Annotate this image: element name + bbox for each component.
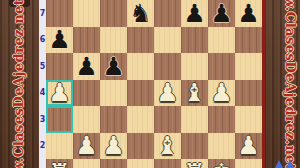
square-h7[interactable]: ♟ [235, 0, 262, 27]
square-c2[interactable]: ♟ [100, 133, 127, 160]
square-g6[interactable] [208, 27, 235, 54]
white-pawn[interactable]: ♟ [46, 80, 73, 107]
white-pawn[interactable]: ♟ [73, 133, 100, 160]
square-b3[interactable] [73, 106, 100, 133]
square-c1[interactable] [100, 159, 127, 168]
square-f5[interactable] [181, 53, 208, 80]
square-c7[interactable] [100, 0, 127, 27]
square-e4[interactable]: ♟ [154, 80, 181, 107]
square-b7[interactable] [73, 0, 100, 27]
square-a2[interactable] [46, 133, 73, 160]
rank-label-3: 3 [39, 115, 46, 124]
square-d3[interactable] [127, 106, 154, 133]
right-banner-url: www.ClasesDeAjedrez.net [283, 0, 298, 168]
white-pawn[interactable]: ♟ [154, 80, 181, 107]
square-e5[interactable] [154, 53, 181, 80]
square-h1[interactable] [235, 159, 262, 168]
chess-board[interactable]: ♞♟♟♟♟♟♟♟♟♝♟♟♟♝♟♜♜♚ [46, 0, 262, 168]
square-f7[interactable]: ♟ [181, 0, 208, 27]
black-pawn[interactable]: ♟ [235, 0, 262, 27]
black-pawn[interactable]: ♟ [100, 53, 127, 80]
square-f3[interactable] [181, 106, 208, 133]
white-rook[interactable]: ♜ [181, 159, 208, 168]
square-g7[interactable]: ♟ [208, 0, 235, 27]
square-f4[interactable]: ♝ [181, 80, 208, 107]
square-a3[interactable] [46, 106, 73, 133]
square-b5[interactable]: ♟ [73, 53, 100, 80]
square-f2[interactable] [181, 133, 208, 160]
square-c4[interactable] [100, 80, 127, 107]
square-d2[interactable] [127, 133, 154, 160]
square-a7[interactable] [46, 0, 73, 27]
square-e2[interactable]: ♝ [154, 133, 181, 160]
black-knight[interactable]: ♞ [127, 0, 154, 27]
square-g4[interactable]: ♟ [208, 80, 235, 107]
square-a5[interactable] [46, 53, 73, 80]
black-pawn[interactable]: ♟ [73, 53, 100, 80]
square-h6[interactable] [235, 27, 262, 54]
square-f1[interactable]: ♜ [181, 159, 208, 168]
blue-piece-icon [275, 160, 283, 168]
square-h2[interactable]: ♟ [235, 133, 262, 160]
square-e3[interactable] [154, 106, 181, 133]
rank-label-5: 5 [39, 62, 46, 71]
square-b2[interactable]: ♟ [73, 133, 100, 160]
square-d7[interactable]: ♞ [127, 0, 154, 27]
square-e1[interactable] [154, 159, 181, 168]
rank-label-7: 7 [39, 9, 46, 18]
square-f6[interactable] [181, 27, 208, 54]
square-a6[interactable]: ♟ [46, 27, 73, 54]
video-frame: www.ClasesDeAjedrez.net 765432 ♞♟♟♟♟♟♟♟♟… [0, 0, 300, 168]
square-c5[interactable]: ♟ [100, 53, 127, 80]
square-e6[interactable] [154, 27, 181, 54]
square-g5[interactable] [208, 53, 235, 80]
white-pawn[interactable]: ♟ [235, 133, 262, 160]
square-g1[interactable]: ♚ [208, 159, 235, 168]
square-d4[interactable] [127, 80, 154, 107]
square-d1[interactable] [127, 159, 154, 168]
square-b6[interactable] [73, 27, 100, 54]
square-h5[interactable] [235, 53, 262, 80]
left-banner-url: www.ClasesDeAjedrez.net [11, 0, 26, 168]
white-pawn[interactable]: ♟ [208, 80, 235, 107]
white-rook[interactable]: ♜ [46, 159, 73, 168]
blue-piece-icon [286, 160, 294, 168]
rank-label-4: 4 [39, 88, 46, 97]
square-d6[interactable] [127, 27, 154, 54]
black-pawn[interactable]: ♟ [46, 27, 73, 54]
square-g3[interactable] [208, 106, 235, 133]
square-e7[interactable] [154, 0, 181, 27]
square-h4[interactable] [235, 80, 262, 107]
square-c6[interactable] [100, 27, 127, 54]
black-pawn[interactable]: ♟ [181, 0, 208, 27]
square-a1[interactable]: ♜ [46, 159, 73, 168]
black-pawn[interactable]: ♟ [208, 0, 235, 27]
white-king[interactable]: ♚ [208, 159, 235, 168]
square-c3[interactable] [100, 106, 127, 133]
white-bishop[interactable]: ♝ [154, 133, 181, 160]
rank-coordinate-strip: 765432 [39, 0, 46, 168]
rank-label-6: 6 [39, 35, 46, 44]
rank-label-2: 2 [39, 141, 46, 150]
square-g2[interactable] [208, 133, 235, 160]
square-h3[interactable] [235, 106, 262, 133]
square-b4[interactable] [73, 80, 100, 107]
square-a4[interactable]: ♟ [46, 80, 73, 107]
square-b1[interactable] [73, 159, 100, 168]
square-d5[interactable] [127, 53, 154, 80]
white-bishop[interactable]: ♝ [181, 80, 208, 107]
white-pawn[interactable]: ♟ [100, 133, 127, 160]
board-right-border [262, 0, 265, 168]
board-grid: ♞♟♟♟♟♟♟♟♟♝♟♟♟♝♟♜♜♚ [46, 0, 262, 168]
